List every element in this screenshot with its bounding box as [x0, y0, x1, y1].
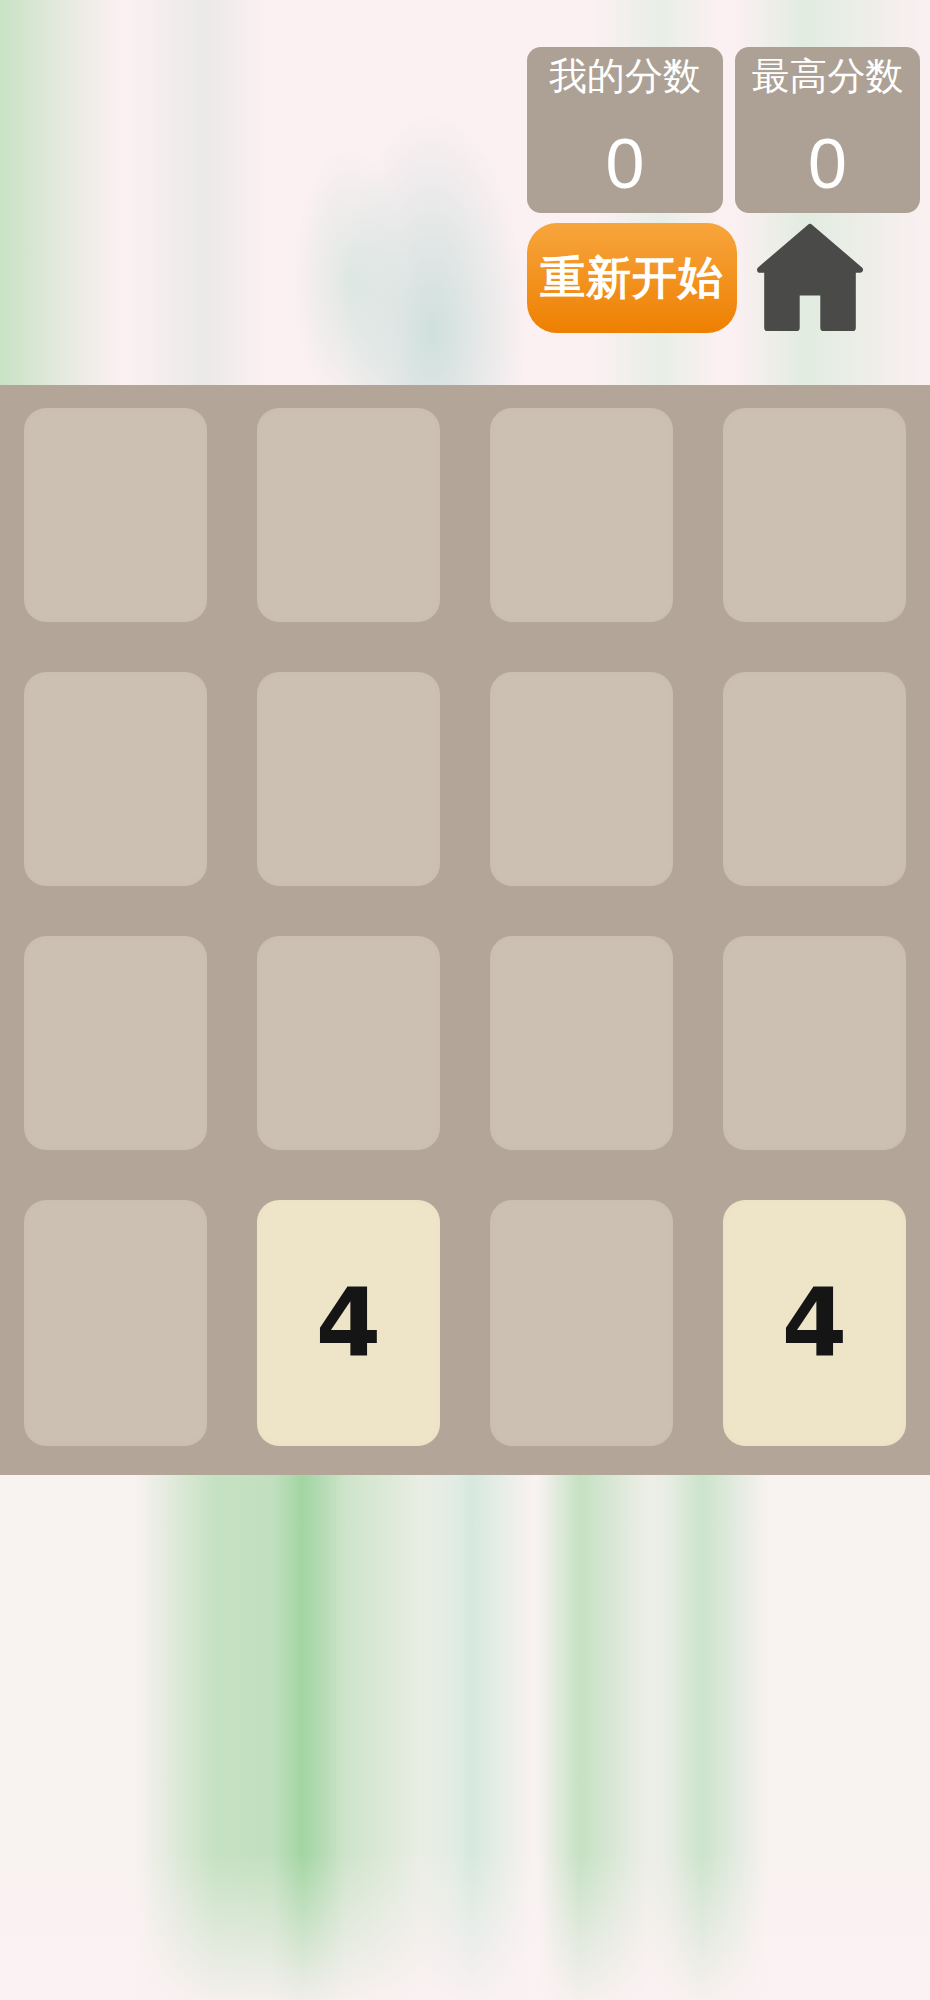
my-score-panel: 我的分数 0 [527, 47, 723, 213]
my-score-value: 0 [606, 129, 645, 199]
empty-cell [257, 408, 440, 622]
empty-cell [257, 936, 440, 1150]
empty-cell [24, 408, 207, 622]
empty-cell [257, 672, 440, 886]
best-score-label: 最高分数 [752, 55, 904, 99]
empty-cell [24, 672, 207, 886]
restart-button[interactable]: 重新开始 [527, 223, 737, 333]
empty-cell [490, 672, 673, 886]
best-score-panel: 最高分数 0 [735, 47, 920, 213]
home-button[interactable] [757, 222, 863, 333]
my-score-label: 我的分数 [549, 55, 701, 99]
empty-cell [490, 936, 673, 1150]
empty-cell [24, 936, 207, 1150]
board-grid[interactable]: 44 [0, 385, 930, 1475]
tile-4: 4 [257, 1200, 440, 1446]
home-icon [757, 222, 863, 333]
empty-cell [723, 672, 906, 886]
best-score-value: 0 [808, 129, 847, 199]
tile-4: 4 [723, 1200, 906, 1446]
empty-cell [490, 1200, 673, 1446]
empty-cell [723, 936, 906, 1150]
watercolor-background-bottom [0, 1475, 930, 2000]
empty-cell [723, 408, 906, 622]
empty-cell [490, 408, 673, 622]
empty-cell [24, 1200, 207, 1446]
